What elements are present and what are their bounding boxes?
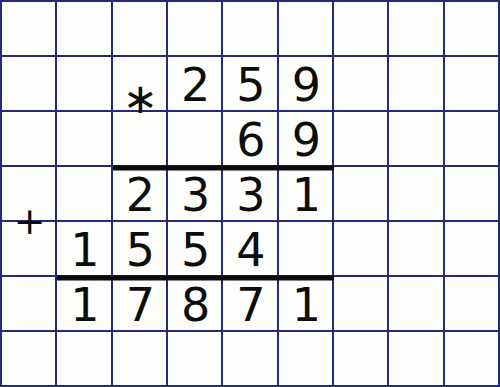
grid-cell — [334, 2, 389, 57]
grid-cell — [445, 57, 500, 112]
grid-cell — [445, 2, 500, 57]
grid-cell — [334, 222, 389, 277]
grid-cell — [2, 277, 57, 332]
grid-paper: ∗259692331+155417871 — [0, 0, 500, 387]
grid-cell — [113, 167, 168, 222]
grid-cell — [389, 277, 444, 332]
grid-cell — [168, 112, 223, 167]
grid-cell — [168, 277, 223, 332]
grid-cell — [168, 57, 223, 112]
grid-cell — [113, 112, 168, 167]
grid-cell — [334, 57, 389, 112]
grid-cell — [57, 277, 112, 332]
grid-cell — [223, 222, 278, 277]
grid-cell — [57, 332, 112, 387]
grid-cell — [279, 2, 334, 57]
graph-paper-grid — [2, 2, 500, 387]
grid-cell — [445, 112, 500, 167]
grid-cell — [168, 222, 223, 277]
grid-cell — [279, 57, 334, 112]
grid-cell — [223, 57, 278, 112]
grid-cell — [168, 332, 223, 387]
grid-cell — [279, 167, 334, 222]
grid-cell — [113, 222, 168, 277]
grid-cell — [113, 332, 168, 387]
grid-cell — [445, 222, 500, 277]
grid-cell — [57, 222, 112, 277]
grid-cell — [389, 2, 444, 57]
grid-cell — [2, 2, 57, 57]
grid-cell — [279, 332, 334, 387]
grid-cell — [57, 2, 112, 57]
grid-cell — [57, 112, 112, 167]
grid-cell — [223, 167, 278, 222]
grid-cell — [2, 167, 57, 222]
grid-cell — [445, 277, 500, 332]
grid-cell — [445, 332, 500, 387]
grid-cell — [113, 277, 168, 332]
grid-cell — [279, 222, 334, 277]
grid-cell — [279, 277, 334, 332]
grid-cell — [334, 332, 389, 387]
grid-cell — [57, 57, 112, 112]
grid-cell — [223, 332, 278, 387]
grid-cell — [223, 112, 278, 167]
grid-cell — [223, 2, 278, 57]
grid-cell — [279, 112, 334, 167]
grid-cell — [389, 112, 444, 167]
grid-cell — [389, 57, 444, 112]
grid-cell — [113, 2, 168, 57]
grid-cell — [2, 332, 57, 387]
grid-cell — [223, 277, 278, 332]
grid-cell — [2, 222, 57, 277]
grid-cell — [334, 277, 389, 332]
grid-cell — [168, 2, 223, 57]
grid-cell — [2, 112, 57, 167]
grid-cell — [389, 222, 444, 277]
grid-cell — [2, 57, 57, 112]
grid-cell — [445, 167, 500, 222]
grid-cell — [113, 57, 168, 112]
grid-cell — [334, 112, 389, 167]
grid-cell — [168, 167, 223, 222]
grid-cell — [57, 167, 112, 222]
grid-cell — [389, 167, 444, 222]
grid-cell — [389, 332, 444, 387]
grid-cell — [334, 167, 389, 222]
